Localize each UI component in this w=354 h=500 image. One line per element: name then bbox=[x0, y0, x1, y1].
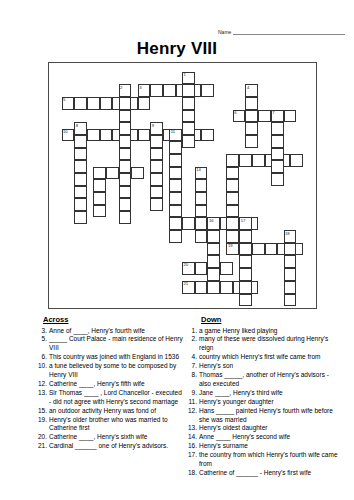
clue-item-number: 14. bbox=[188, 433, 197, 442]
clue-item-text: Catherine ____, Henry's sixth wife bbox=[49, 433, 184, 442]
crossword-cell[interactable] bbox=[150, 186, 163, 199]
crossword-cell[interactable] bbox=[220, 262, 233, 275]
crossword-cell[interactable] bbox=[119, 148, 132, 161]
crossword-cell[interactable] bbox=[169, 217, 182, 230]
crossword-cell[interactable] bbox=[150, 135, 163, 148]
clue-item: 5._____ Court Palace - main residence of… bbox=[38, 335, 184, 353]
clue-item-number: 3. bbox=[38, 327, 47, 336]
crossword-grid: 356101213151920211247891114161718 bbox=[48, 62, 317, 309]
crossword-cell[interactable] bbox=[207, 243, 220, 256]
crossword-cell[interactable] bbox=[138, 129, 151, 142]
crossword-cell[interactable] bbox=[169, 167, 182, 180]
across-heading: Across bbox=[43, 315, 184, 324]
name-blank-line[interactable] bbox=[233, 28, 345, 35]
clue-number-label: 20 bbox=[184, 262, 189, 267]
crossword-cell[interactable] bbox=[201, 129, 214, 142]
clue-item-number: 18. bbox=[188, 469, 197, 478]
crossword-cell[interactable] bbox=[284, 243, 297, 256]
clue-number-label: 1 bbox=[184, 72, 186, 77]
crossword-cell[interactable] bbox=[169, 205, 182, 218]
clue-number-label: 7 bbox=[272, 110, 274, 115]
crossword-cell[interactable] bbox=[239, 294, 252, 307]
crossword-cell[interactable] bbox=[74, 198, 87, 211]
crossword-cell[interactable]: 10 bbox=[62, 129, 75, 142]
clue-item: 14.Anne ____ Henry's second wife bbox=[188, 433, 340, 442]
crossword-cell[interactable] bbox=[245, 122, 258, 135]
crossword-cell[interactable] bbox=[169, 141, 182, 154]
down-clue-list: 1.a game Henry liked playing2.many of th… bbox=[188, 327, 340, 478]
crossword-cell[interactable] bbox=[239, 255, 252, 268]
crossword-cell[interactable] bbox=[271, 160, 284, 173]
clue-item-number: 12. bbox=[188, 407, 197, 425]
crossword-cell[interactable] bbox=[74, 211, 87, 224]
crossword-cell[interactable]: 18 bbox=[284, 230, 297, 243]
page-title: Henry VIII bbox=[0, 39, 354, 59]
crossword-cell[interactable] bbox=[271, 122, 284, 135]
crossword-cell[interactable] bbox=[87, 97, 100, 110]
clue-item: 11.Henry's younger daughter bbox=[188, 398, 340, 407]
crossword-cell[interactable] bbox=[271, 173, 284, 186]
crossword-cell[interactable] bbox=[252, 154, 265, 167]
crossword-cell[interactable] bbox=[226, 179, 239, 192]
clue-item-text: Anne ____ Henry's second wife bbox=[199, 433, 340, 442]
crossword-cell[interactable] bbox=[119, 173, 132, 186]
clue-item-text: country which Henry's first wife came fr… bbox=[199, 353, 340, 362]
clue-number-label: 6 bbox=[234, 110, 236, 115]
crossword-cell[interactable] bbox=[220, 281, 233, 294]
clue-number-label: 9 bbox=[152, 123, 154, 128]
clue-item-number: 21. bbox=[38, 442, 47, 451]
clue-item-number: 6. bbox=[38, 353, 47, 362]
clue-item-number: 16. bbox=[188, 442, 197, 451]
crossword-cell[interactable] bbox=[87, 129, 100, 142]
clue-item-number: 1. bbox=[188, 327, 197, 336]
clue-item-number: 19. bbox=[38, 416, 47, 434]
clue-item-number: 13. bbox=[188, 424, 197, 433]
clue-item: 3.Anne of ____, Henry's fourth wife bbox=[38, 327, 184, 336]
crossword-cell[interactable] bbox=[119, 160, 132, 173]
crossword-cell[interactable] bbox=[119, 135, 132, 148]
clue-number-label: 18 bbox=[285, 231, 290, 236]
crossword-cell[interactable]: 5 bbox=[62, 97, 75, 110]
crossword-cell[interactable] bbox=[226, 192, 239, 205]
crossword-cell[interactable] bbox=[195, 217, 208, 230]
crossword-cell[interactable] bbox=[226, 167, 239, 180]
clue-item: 13.Henry's oldest daughter bbox=[188, 424, 340, 433]
crossword-cell[interactable] bbox=[265, 243, 278, 256]
clue-item-text: Anne of ____, Henry's fourth wife bbox=[49, 327, 184, 336]
clue-item-text: Henry's older brother who was married to… bbox=[49, 416, 184, 434]
crossword-cell[interactable] bbox=[93, 167, 106, 180]
crossword-cell[interactable]: 16 bbox=[207, 217, 220, 230]
clue-item: 12.Catherine ____, Henry's fifth wife bbox=[38, 380, 184, 389]
crossword-cell[interactable]: 3 bbox=[138, 84, 151, 97]
clue-item: 10.a tune believed by some to be compose… bbox=[38, 362, 184, 380]
crossword-cell[interactable] bbox=[169, 192, 182, 205]
crossword-cell[interactable] bbox=[74, 135, 87, 148]
crossword-cell[interactable] bbox=[119, 198, 132, 211]
crossword-cell[interactable] bbox=[239, 243, 252, 256]
crossword-cell[interactable] bbox=[290, 154, 303, 167]
crossword-cell[interactable] bbox=[195, 179, 208, 192]
clue-item-text: Henry's younger daughter bbox=[199, 398, 340, 407]
crossword-cell[interactable]: 20 bbox=[182, 262, 195, 275]
crossword-cell[interactable] bbox=[169, 154, 182, 167]
crossword-cell[interactable] bbox=[239, 268, 252, 281]
crossword-cell[interactable] bbox=[201, 84, 214, 97]
crossword-cell[interactable]: 7 bbox=[271, 110, 284, 123]
clue-item-text: _____ Court Palace - main residence of H… bbox=[49, 335, 184, 353]
clue-item: 21.Cardinal ______ one of Henry's adviso… bbox=[38, 442, 184, 451]
crossword-cell[interactable] bbox=[182, 217, 195, 230]
clue-item: 18.Catherine of ______ - Henry's first w… bbox=[188, 469, 340, 478]
clue-item: 1.a game Henry liked playing bbox=[188, 327, 340, 336]
crossword-cell[interactable] bbox=[182, 84, 195, 97]
clue-item-number: 17. bbox=[188, 451, 197, 469]
clue-item: 20.Catherine ____, Henry's sixth wife bbox=[38, 433, 184, 442]
crossword-cell[interactable] bbox=[258, 110, 271, 123]
crossword-cell[interactable] bbox=[74, 160, 87, 173]
crossword-cell[interactable] bbox=[245, 97, 258, 110]
clue-number-label: 5 bbox=[63, 97, 65, 102]
clue-number-label: 4 bbox=[247, 85, 249, 90]
crossword-cell[interactable]: 1 bbox=[182, 72, 195, 85]
clue-number-label: 19 bbox=[228, 243, 233, 248]
crossword-cell[interactable]: 4 bbox=[245, 84, 258, 97]
crossword-cell[interactable] bbox=[252, 243, 265, 256]
clue-number-label: 3 bbox=[139, 85, 141, 90]
crossword-cell[interactable] bbox=[119, 211, 132, 224]
clue-item-number: 4. bbox=[188, 353, 197, 362]
crossword-cell[interactable] bbox=[284, 281, 297, 294]
clue-item: 2.many of these were dissolved during He… bbox=[188, 335, 340, 353]
clue-item-text: Catherine ____, Henry's fifth wife bbox=[49, 380, 184, 389]
crossword-cell[interactable] bbox=[93, 179, 106, 192]
worksheet-page: Name Henry VIII 356101213151920211247891… bbox=[0, 0, 354, 500]
crossword-cell[interactable] bbox=[182, 135, 195, 148]
crossword-cell[interactable] bbox=[169, 179, 182, 192]
crossword-cell[interactable] bbox=[169, 230, 182, 243]
crossword-cell[interactable] bbox=[119, 186, 132, 199]
clue-item: 7.Henry's son bbox=[188, 362, 340, 371]
clue-item: 12.Hans _____ painted Henry's fourth wif… bbox=[188, 407, 340, 425]
across-clues-section: Across 3.Anne of ____, Henry's fourth wi… bbox=[38, 315, 184, 478]
crossword-cell[interactable] bbox=[271, 135, 284, 148]
clue-item-number: 15. bbox=[38, 407, 47, 416]
crossword-cell[interactable]: 21 bbox=[182, 281, 195, 294]
crossword-cell[interactable] bbox=[284, 110, 297, 123]
crossword-cell[interactable] bbox=[245, 110, 258, 123]
crossword-cell[interactable] bbox=[239, 154, 252, 167]
crossword-cell[interactable] bbox=[93, 205, 106, 218]
clue-item-text: an outdoor activity Henry was fond of bbox=[49, 407, 184, 416]
crossword-cell[interactable] bbox=[207, 255, 220, 268]
clue-number-label: 21 bbox=[184, 281, 189, 286]
clue-item-text: Jane ____, Henry's third wife bbox=[199, 389, 340, 398]
crossword-cell[interactable] bbox=[119, 110, 132, 123]
clue-item-text: Henry's oldest daughter bbox=[199, 424, 340, 433]
crossword-cell[interactable] bbox=[74, 97, 87, 110]
clue-item-text: Henry's son bbox=[199, 362, 340, 371]
crossword-cell[interactable] bbox=[100, 97, 113, 110]
crossword-cell[interactable]: 19 bbox=[226, 243, 239, 256]
clue-item-text: Hans _____ painted Henry's fourth wife b… bbox=[199, 407, 340, 425]
crossword-cell[interactable] bbox=[226, 230, 239, 243]
crossword-cell[interactable]: 17 bbox=[239, 217, 252, 230]
crossword-cell[interactable]: 2 bbox=[119, 84, 132, 97]
crossword-cell[interactable] bbox=[239, 230, 252, 243]
crossword-cell[interactable] bbox=[182, 97, 195, 110]
crossword-cell[interactable] bbox=[150, 160, 163, 173]
clue-item-number: 20. bbox=[38, 433, 47, 442]
clue-item: 6.This country was joined with England i… bbox=[38, 353, 184, 362]
clues-section: Across 3.Anne of ____, Henry's fourth wi… bbox=[38, 315, 340, 478]
clue-item-number: 7. bbox=[188, 362, 197, 371]
clue-number-label: 8 bbox=[76, 123, 78, 128]
crossword-cell[interactable] bbox=[226, 154, 239, 167]
clue-item-text: the country from which Henry's fourth wi… bbox=[199, 451, 340, 469]
crossword-cell[interactable] bbox=[195, 192, 208, 205]
crossword-cell[interactable] bbox=[284, 255, 297, 268]
name-row: Name bbox=[218, 28, 345, 35]
clue-item-text: Catherine of ______ - Henry's first wife bbox=[199, 469, 340, 478]
clue-item: 4.country which Henry's first wife came … bbox=[188, 353, 340, 362]
clue-item-number: 5. bbox=[38, 335, 47, 353]
clue-item: 19.Henry's older brother who was married… bbox=[38, 416, 184, 434]
crossword-grid-cells: 356101213151920211247891114161718 bbox=[62, 72, 303, 307]
clue-item-text: Henry's surname bbox=[199, 442, 340, 451]
clue-item-number: 13. bbox=[38, 389, 47, 407]
crossword-cell[interactable] bbox=[284, 294, 297, 307]
crossword-cell[interactable] bbox=[119, 97, 132, 110]
clue-item-number: 11. bbox=[188, 398, 197, 407]
crossword-cell[interactable] bbox=[195, 230, 208, 243]
crossword-cell[interactable] bbox=[150, 173, 163, 186]
clue-item-text: Cardinal ______ one of Henry's advisors. bbox=[49, 442, 184, 451]
crossword-cell[interactable] bbox=[106, 167, 119, 180]
crossword-cell[interactable] bbox=[271, 148, 284, 161]
clue-item: 8.Thomas _____, another of Henry's advis… bbox=[188, 371, 340, 389]
crossword-cell[interactable] bbox=[150, 198, 163, 211]
crossword-cell[interactable] bbox=[207, 268, 220, 281]
clue-number-label: 16 bbox=[209, 218, 214, 223]
clue-item-text: a game Henry liked playing bbox=[199, 327, 340, 336]
clue-item-number: 10. bbox=[38, 362, 47, 380]
clue-item-text: Thomas _____, another of Henry's advisor… bbox=[199, 371, 340, 389]
crossword-cell[interactable] bbox=[100, 129, 113, 142]
crossword-cell[interactable] bbox=[182, 122, 195, 135]
down-clues-section: Down 1.a game Henry liked playing2.many … bbox=[188, 315, 340, 478]
crossword-cell[interactable]: 11 bbox=[169, 129, 182, 142]
crossword-cell[interactable] bbox=[195, 281, 208, 294]
crossword-cell[interactable] bbox=[163, 84, 176, 97]
crossword-cell[interactable] bbox=[74, 186, 87, 199]
crossword-cell[interactable] bbox=[195, 205, 208, 218]
clue-item-text: Sir Thomas ____ , Lord Chancellor - exec… bbox=[49, 389, 184, 407]
crossword-cell[interactable] bbox=[182, 110, 195, 123]
crossword-cell[interactable] bbox=[74, 173, 87, 186]
clue-item: 13.Sir Thomas ____ , Lord Chancellor - e… bbox=[38, 389, 184, 407]
clue-item-number: 8. bbox=[188, 371, 197, 389]
name-label: Name bbox=[218, 29, 231, 35]
crossword-cell[interactable] bbox=[226, 217, 239, 230]
crossword-cell[interactable]: 6 bbox=[233, 110, 246, 123]
crossword-cell[interactable] bbox=[207, 281, 220, 294]
clue-item-text: many of these were dissolved during Henr… bbox=[199, 335, 340, 353]
crossword-cell[interactable] bbox=[138, 97, 151, 110]
clue-item-number: 12. bbox=[38, 380, 47, 389]
clue-item: 9.Jane ____, Henry's third wife bbox=[188, 389, 340, 398]
crossword-cell[interactable]: 14 bbox=[195, 167, 208, 180]
clue-item-number: 2. bbox=[188, 335, 197, 353]
crossword-cell[interactable] bbox=[150, 84, 163, 97]
clue-number-label: 11 bbox=[171, 129, 175, 134]
across-clue-list: 3.Anne of ____, Henry's fourth wife5.___… bbox=[38, 327, 184, 452]
clue-number-label: 17 bbox=[241, 218, 246, 223]
clue-item-number: 9. bbox=[188, 389, 197, 398]
crossword-cell[interactable] bbox=[131, 167, 144, 180]
crossword-cell[interactable] bbox=[245, 135, 258, 148]
crossword-cell[interactable] bbox=[239, 281, 252, 294]
crossword-cell[interactable] bbox=[150, 148, 163, 161]
clue-item: 17.the country from which Henry's fourth… bbox=[188, 451, 340, 469]
crossword-cell[interactable]: 9 bbox=[150, 122, 163, 135]
crossword-cell[interactable] bbox=[284, 268, 297, 281]
crossword-cell[interactable] bbox=[226, 205, 239, 218]
clue-number-label: 10 bbox=[63, 129, 68, 134]
crossword-cell[interactable]: 8 bbox=[74, 122, 87, 135]
crossword-cell[interactable] bbox=[93, 192, 106, 205]
clue-item: 15.an outdoor activity Henry was fond of bbox=[38, 407, 184, 416]
crossword-cell[interactable] bbox=[207, 230, 220, 243]
clue-item: 16.Henry's surname bbox=[188, 442, 340, 451]
crossword-cell[interactable] bbox=[74, 148, 87, 161]
crossword-cell[interactable] bbox=[119, 122, 132, 135]
clue-number-label: 2 bbox=[120, 85, 122, 90]
crossword-cell[interactable] bbox=[195, 262, 208, 275]
clue-item-text: a tune believed by some to be composed b… bbox=[49, 362, 184, 380]
clue-number-label: 14 bbox=[196, 167, 201, 172]
clue-item-text: This country was joined with England in … bbox=[49, 353, 184, 362]
down-heading: Down bbox=[201, 315, 340, 324]
